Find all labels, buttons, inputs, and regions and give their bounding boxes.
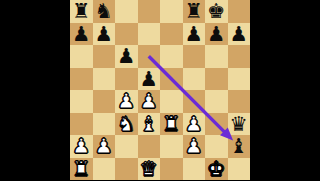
square-b1[interactable] — [93, 158, 116, 181]
square-b8[interactable]: ♞ — [93, 0, 116, 23]
square-c2[interactable] — [115, 135, 138, 158]
square-g2[interactable] — [205, 135, 228, 158]
right-letterbox-bar — [250, 0, 320, 180]
piece-white-knight: ♞ — [117, 112, 135, 135]
square-e8[interactable] — [160, 0, 183, 23]
piece-black-pawn: ♟ — [140, 67, 158, 90]
square-f6[interactable] — [183, 45, 206, 68]
square-d7[interactable] — [138, 23, 161, 46]
piece-black-pawn: ♟ — [230, 22, 248, 45]
piece-white-rook: ♜ — [162, 112, 180, 135]
square-e2[interactable] — [160, 135, 183, 158]
square-d4[interactable]: ♟ — [138, 90, 161, 113]
piece-white-bishop: ♝ — [140, 112, 158, 135]
square-h3[interactable]: ♛ — [228, 113, 251, 136]
piece-white-pawn: ♟ — [95, 135, 113, 158]
square-g6[interactable] — [205, 45, 228, 68]
square-c5[interactable] — [115, 68, 138, 91]
piece-white-pawn: ♟ — [185, 135, 203, 158]
left-letterbox-bar — [0, 0, 70, 180]
square-f8[interactable]: ♜ — [183, 0, 206, 23]
piece-white-rook: ♜ — [72, 157, 90, 180]
square-a4[interactable] — [70, 90, 93, 113]
square-e6[interactable] — [160, 45, 183, 68]
piece-white-king: ♚ — [207, 157, 225, 180]
square-f1[interactable] — [183, 158, 206, 181]
square-c4[interactable]: ♟ — [115, 90, 138, 113]
square-f4[interactable] — [183, 90, 206, 113]
chess-board: ♜♞♜♚♟♟♟♟♟♟♟♟♟♞♝♜♟♛♟♟♟♝♜♛♚ — [70, 0, 250, 180]
square-h2[interactable]: ♝ — [228, 135, 251, 158]
square-c8[interactable] — [115, 0, 138, 23]
square-d2[interactable] — [138, 135, 161, 158]
square-a3[interactable] — [70, 113, 93, 136]
piece-white-pawn: ♟ — [185, 112, 203, 135]
square-c6[interactable]: ♟ — [115, 45, 138, 68]
piece-white-pawn: ♟ — [140, 90, 158, 113]
square-d8[interactable] — [138, 0, 161, 23]
square-a6[interactable] — [70, 45, 93, 68]
square-e3[interactable]: ♜ — [160, 113, 183, 136]
square-g8[interactable]: ♚ — [205, 0, 228, 23]
square-g1[interactable]: ♚ — [205, 158, 228, 181]
square-h5[interactable] — [228, 68, 251, 91]
piece-black-rook: ♜ — [185, 0, 203, 22]
square-a2[interactable]: ♟ — [70, 135, 93, 158]
square-h4[interactable] — [228, 90, 251, 113]
square-a7[interactable]: ♟ — [70, 23, 93, 46]
piece-black-pawn: ♟ — [185, 22, 203, 45]
piece-white-pawn: ♟ — [72, 135, 90, 158]
square-b5[interactable] — [93, 68, 116, 91]
square-e7[interactable] — [160, 23, 183, 46]
piece-black-pawn: ♟ — [207, 22, 225, 45]
piece-black-rook: ♜ — [72, 0, 90, 22]
square-h1[interactable] — [228, 158, 251, 181]
square-f5[interactable] — [183, 68, 206, 91]
square-b3[interactable] — [93, 113, 116, 136]
piece-black-pawn: ♟ — [117, 45, 135, 68]
square-b6[interactable] — [93, 45, 116, 68]
square-a5[interactable] — [70, 68, 93, 91]
square-e4[interactable] — [160, 90, 183, 113]
square-f3[interactable]: ♟ — [183, 113, 206, 136]
square-b2[interactable]: ♟ — [93, 135, 116, 158]
square-a8[interactable]: ♜ — [70, 0, 93, 23]
square-f7[interactable]: ♟ — [183, 23, 206, 46]
square-h7[interactable]: ♟ — [228, 23, 251, 46]
square-a1[interactable]: ♜ — [70, 158, 93, 181]
square-g3[interactable] — [205, 113, 228, 136]
piece-black-bishop: ♝ — [230, 135, 248, 158]
square-c1[interactable] — [115, 158, 138, 181]
square-d3[interactable]: ♝ — [138, 113, 161, 136]
square-b4[interactable] — [93, 90, 116, 113]
square-h8[interactable] — [228, 0, 251, 23]
square-e5[interactable] — [160, 68, 183, 91]
piece-white-pawn: ♟ — [117, 90, 135, 113]
square-e1[interactable] — [160, 158, 183, 181]
piece-black-queen: ♛ — [230, 112, 248, 135]
piece-black-pawn: ♟ — [95, 22, 113, 45]
square-h6[interactable] — [228, 45, 251, 68]
square-g4[interactable] — [205, 90, 228, 113]
square-d6[interactable] — [138, 45, 161, 68]
piece-black-king: ♚ — [207, 0, 225, 22]
piece-white-queen: ♛ — [140, 157, 158, 180]
square-f2[interactable]: ♟ — [183, 135, 206, 158]
piece-black-pawn: ♟ — [72, 22, 90, 45]
square-c3[interactable]: ♞ — [115, 113, 138, 136]
chess-diagram: ♜♞♜♚♟♟♟♟♟♟♟♟♟♞♝♜♟♛♟♟♟♝♜♛♚ — [0, 0, 320, 180]
square-c7[interactable] — [115, 23, 138, 46]
square-d1[interactable]: ♛ — [138, 158, 161, 181]
square-d5[interactable]: ♟ — [138, 68, 161, 91]
square-b7[interactable]: ♟ — [93, 23, 116, 46]
piece-black-knight: ♞ — [95, 0, 113, 22]
square-g7[interactable]: ♟ — [205, 23, 228, 46]
square-g5[interactable] — [205, 68, 228, 91]
